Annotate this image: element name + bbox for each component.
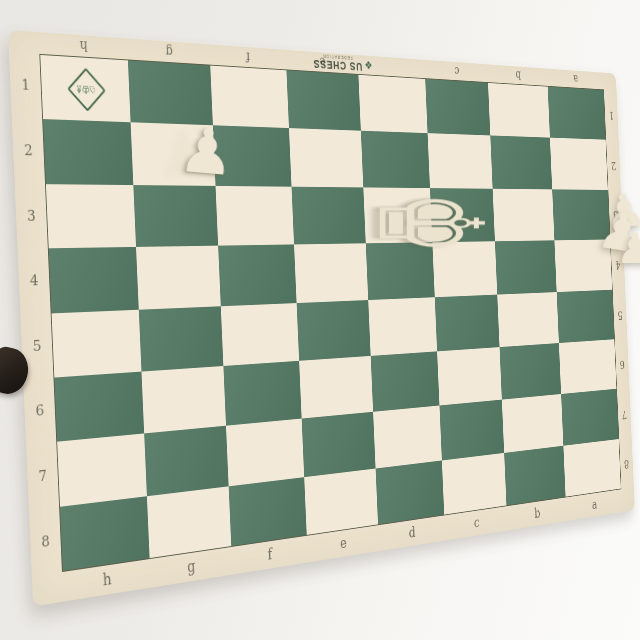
- off-board-piece-3[interactable]: ♟: [616, 228, 640, 270]
- piece-layer: ♟ ♟ ♚ ♟ ♟ ♟: [0, 0, 640, 640]
- white-pawn-g2[interactable]: ♟: [176, 119, 237, 186]
- dark-object-left-edge: [0, 344, 33, 398]
- photo-scene: ♘♔♗ hgfecba hgfedcba 12345678 12345678 ❖…: [0, 0, 640, 640]
- white-king-glyph: ♚: [358, 192, 502, 253]
- white-king-d3-knocked-over[interactable]: ♚: [348, 186, 512, 260]
